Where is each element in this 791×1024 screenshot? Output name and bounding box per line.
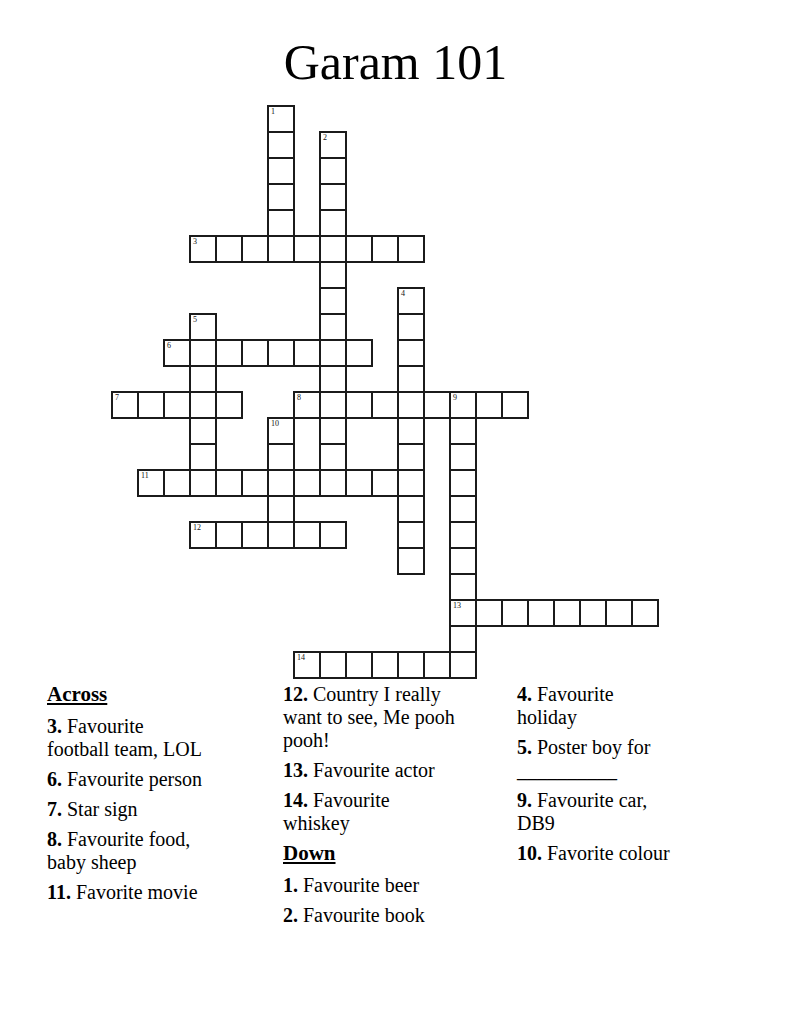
grid-cell-r11c15 (501, 391, 529, 419)
clue-text: Favourite football team, LOL (47, 715, 202, 760)
grid-cell-r5c8 (319, 235, 347, 263)
grid-cell-r15c11 (397, 495, 425, 523)
grid-cell-r13c8 (319, 443, 347, 471)
grid-cell-r5c10 (371, 235, 399, 263)
grid-cell-r11c0: 7 (111, 391, 139, 419)
clue-text: Favorite movie (76, 881, 198, 903)
grid-cell-r16c3: 12 (189, 521, 217, 549)
grid-cell-r0c6: 1 (267, 105, 295, 133)
grid-cell-r14c1: 11 (137, 469, 165, 497)
clue-across-6: 6. Favourite person (47, 768, 253, 791)
grid-cell-r21c9 (345, 651, 373, 679)
grid-cell-r3c6 (267, 183, 295, 211)
grid-cell-r11c10 (371, 391, 399, 419)
clue-text: Favorite colour (547, 842, 670, 864)
cell-number-2: 2 (323, 133, 327, 143)
grid-cell-r21c7: 14 (293, 651, 321, 679)
grid-cell-r15c13 (449, 495, 477, 523)
grid-cell-r9c7 (293, 339, 321, 367)
grid-cell-r11c2 (163, 391, 191, 419)
grid-cell-r20c13 (449, 625, 477, 653)
grid-cell-r11c4 (215, 391, 243, 419)
clue-across-11: 11. Favorite movie (47, 881, 253, 904)
down-header: Down (283, 842, 501, 865)
grid-cell-r14c6 (267, 469, 295, 497)
grid-cell-r15c6 (267, 495, 295, 523)
grid-cell-r14c13 (449, 469, 477, 497)
clue-down-5: 5. Poster boy for __________ (517, 736, 722, 782)
cell-number-10: 10 (271, 419, 279, 429)
clue-text: Favourite food, baby sheep (47, 828, 190, 873)
grid-cell-r9c11 (397, 339, 425, 367)
cell-number-14: 14 (297, 653, 305, 663)
clue-text: Favourite beer (303, 874, 419, 896)
grid-cell-r2c6 (267, 157, 295, 185)
cell-number-11: 11 (141, 471, 149, 481)
clue-number: 12. (283, 683, 308, 705)
clue-across-12: 12. Country I really want to see, Me poo… (283, 683, 501, 752)
clue-number: 4. (517, 683, 532, 705)
cell-number-1: 1 (271, 107, 275, 117)
grid-cell-r21c11 (397, 651, 425, 679)
grid-cell-r18c13 (449, 573, 477, 601)
grid-cell-r4c6 (267, 209, 295, 237)
grid-cell-r10c11 (397, 365, 425, 393)
grid-cell-r14c7 (293, 469, 321, 497)
grid-cell-r19c18 (579, 599, 607, 627)
grid-cell-r9c6 (267, 339, 295, 367)
puzzle-title: Garam 101 (0, 33, 791, 91)
grid-cell-r7c8 (319, 287, 347, 315)
grid-cell-r21c13 (449, 651, 477, 679)
grid-cell-r13c11 (397, 443, 425, 471)
grid-cell-r11c12 (423, 391, 451, 419)
clue-column-middle: 12. Country I really want to see, Me poo… (283, 683, 501, 934)
clue-number: 6. (47, 768, 62, 790)
cell-number-8: 8 (297, 393, 301, 403)
grid-cell-r13c3 (189, 443, 217, 471)
grid-cell-r12c6: 10 (267, 417, 295, 445)
clue-across-7: 7. Star sign (47, 798, 253, 821)
clue-number: 13. (283, 759, 308, 781)
grid-cell-r14c2 (163, 469, 191, 497)
grid-cell-r12c13 (449, 417, 477, 445)
grid-cell-r5c9 (345, 235, 373, 263)
grid-cell-r11c3 (189, 391, 217, 419)
clue-text: Favourite holiday (517, 683, 614, 728)
clue-number: 3. (47, 715, 62, 737)
grid-cell-r17c11 (397, 547, 425, 575)
clue-column-right: 4. Favourite holiday 5. Poster boy for _… (517, 683, 722, 872)
grid-cell-r6c8 (319, 261, 347, 289)
grid-cell-r16c13 (449, 521, 477, 549)
grid-cell-r14c11 (397, 469, 425, 497)
clue-text: Favourite car, DB9 (517, 789, 647, 834)
grid-cell-r16c4 (215, 521, 243, 549)
grid-cell-r11c14 (475, 391, 503, 419)
grid-cell-r16c8 (319, 521, 347, 549)
grid-cell-r9c2: 6 (163, 339, 191, 367)
clue-number: 2. (283, 904, 298, 926)
clue-down-4: 4. Favourite holiday (517, 683, 722, 729)
clue-number: 1. (283, 874, 298, 896)
cell-number-7: 7 (115, 393, 119, 403)
grid-cell-r11c1 (137, 391, 165, 419)
grid-cell-r17c13 (449, 547, 477, 575)
clue-across-13: 13. Favourite actor (283, 759, 501, 782)
grid-cell-r19c16 (527, 599, 555, 627)
grid-cell-r16c6 (267, 521, 295, 549)
grid-cell-r5c11 (397, 235, 425, 263)
grid-cell-r13c6 (267, 443, 295, 471)
grid-cell-r14c5 (241, 469, 269, 497)
grid-cell-r1c8: 2 (319, 131, 347, 159)
grid-cell-r19c20 (631, 599, 659, 627)
grid-cell-r14c9 (345, 469, 373, 497)
grid-cell-r16c11 (397, 521, 425, 549)
grid-cell-r9c5 (241, 339, 269, 367)
crossword-page: Garam 101 1234567891011121314 Across 3. … (0, 0, 791, 1024)
clue-down-10: 10. Favorite colour (517, 842, 722, 865)
clue-text: Favourite book (303, 904, 425, 926)
clue-number: 14. (283, 789, 308, 811)
grid-cell-r19c14 (475, 599, 503, 627)
crossword-grid: 1234567891011121314 (112, 106, 660, 680)
grid-cell-r9c8 (319, 339, 347, 367)
grid-cell-r5c5 (241, 235, 269, 263)
grid-cell-r10c3 (189, 365, 217, 393)
clue-text: Favourite person (67, 768, 202, 790)
grid-cell-r19c15 (501, 599, 529, 627)
grid-cell-r1c6 (267, 131, 295, 159)
cell-number-13: 13 (453, 601, 461, 611)
grid-cell-r19c17 (553, 599, 581, 627)
grid-cell-r9c3 (189, 339, 217, 367)
grid-cell-r9c9 (345, 339, 373, 367)
grid-cell-r8c11 (397, 313, 425, 341)
cell-number-6: 6 (167, 341, 171, 351)
clue-number: 9. (517, 789, 532, 811)
grid-cell-r5c3: 3 (189, 235, 217, 263)
grid-cell-r11c13: 9 (449, 391, 477, 419)
grid-cell-r13c13 (449, 443, 477, 471)
clue-text: Country I really want to see, Me pooh po… (283, 683, 455, 751)
clue-number: 11. (47, 881, 71, 903)
grid-cell-r12c8 (319, 417, 347, 445)
grid-cell-r11c7: 8 (293, 391, 321, 419)
clue-column-left: Across 3. Favourite football team, LOL 6… (47, 683, 253, 911)
clue-number: 7. (47, 798, 62, 820)
cell-number-9: 9 (453, 393, 457, 403)
clue-down-9: 9. Favourite car, DB9 (517, 789, 722, 835)
grid-cell-r14c8 (319, 469, 347, 497)
clue-across-8: 8. Favourite food, baby sheep (47, 828, 253, 874)
grid-cell-r19c13: 13 (449, 599, 477, 627)
grid-cell-r19c19 (605, 599, 633, 627)
grid-cell-r14c10 (371, 469, 399, 497)
clue-down-2: 2. Favourite book (283, 904, 501, 927)
clue-across-14: 14. Favourite whiskey (283, 789, 501, 835)
cell-number-5: 5 (193, 315, 197, 325)
grid-cell-r11c9 (345, 391, 373, 419)
grid-cell-r10c8 (319, 365, 347, 393)
clue-across-3: 3. Favourite football team, LOL (47, 715, 253, 761)
clue-text: Star sign (67, 798, 138, 820)
grid-cell-r5c4 (215, 235, 243, 263)
clue-text: Poster boy for __________ (517, 736, 650, 781)
clue-number: 10. (517, 842, 542, 864)
grid-cell-r8c8 (319, 313, 347, 341)
grid-cell-r14c3 (189, 469, 217, 497)
grid-cell-r9c4 (215, 339, 243, 367)
clue-down-1: 1. Favourite beer (283, 874, 501, 897)
clue-number: 5. (517, 736, 532, 758)
clue-number: 8. (47, 828, 62, 850)
grid-cell-r2c8 (319, 157, 347, 185)
grid-cell-r5c7 (293, 235, 321, 263)
grid-cell-r21c12 (423, 651, 451, 679)
cell-number-12: 12 (193, 523, 201, 533)
cell-number-3: 3 (193, 237, 197, 247)
grid-cell-r16c5 (241, 521, 269, 549)
clue-text: Favourite actor (313, 759, 435, 781)
grid-cell-r8c3: 5 (189, 313, 217, 341)
grid-cell-r21c8 (319, 651, 347, 679)
grid-cell-r11c11 (397, 391, 425, 419)
grid-cell-r4c8 (319, 209, 347, 237)
cell-number-4: 4 (401, 289, 405, 299)
across-header: Across (47, 683, 253, 706)
grid-cell-r7c11: 4 (397, 287, 425, 315)
grid-cell-r16c7 (293, 521, 321, 549)
grid-cell-r14c4 (215, 469, 243, 497)
grid-cell-r11c8 (319, 391, 347, 419)
grid-cell-r5c6 (267, 235, 295, 263)
grid-cell-r3c8 (319, 183, 347, 211)
grid-cell-r12c11 (397, 417, 425, 445)
grid-cell-r21c10 (371, 651, 399, 679)
grid-cell-r12c3 (189, 417, 217, 445)
